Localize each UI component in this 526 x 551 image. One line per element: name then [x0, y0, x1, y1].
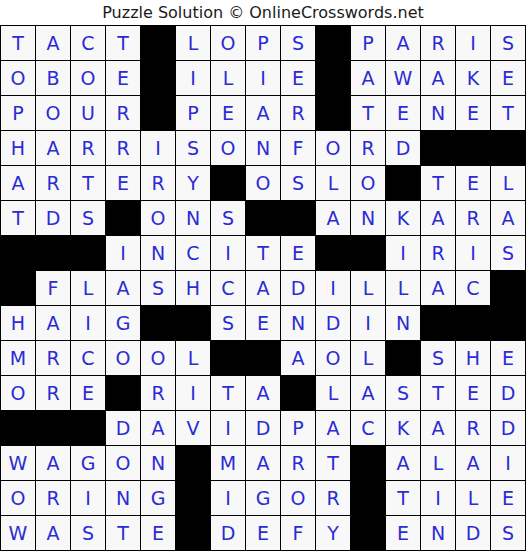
letter-cell: O: [211, 131, 245, 165]
letter-cell: T: [106, 26, 140, 60]
letter-cell: Y: [316, 516, 350, 550]
letter-cell: D: [491, 411, 525, 445]
letter-cell: S: [281, 26, 315, 60]
letter-cell: O: [316, 341, 350, 375]
letter-cell: N: [106, 481, 140, 515]
page-title: Puzzle Solution © OnlineCrosswords.net: [0, 0, 526, 25]
letter-cell: Y: [176, 166, 210, 200]
letter-cell: A: [351, 61, 385, 95]
letter-cell: S: [141, 271, 175, 305]
block-cell: [141, 306, 175, 340]
block-cell: [316, 61, 350, 95]
letter-cell: O: [1, 376, 35, 410]
letter-cell: D: [106, 411, 140, 445]
block-cell: [106, 376, 140, 410]
letter-cell: O: [211, 26, 245, 60]
letter-cell: L: [456, 481, 490, 515]
block-cell: [491, 306, 525, 340]
letter-cell: D: [456, 516, 490, 550]
letter-cell: R: [421, 236, 455, 270]
letter-cell: O: [106, 446, 140, 480]
block-cell: [71, 411, 105, 445]
letter-cell: E: [246, 306, 280, 340]
letter-cell: C: [71, 26, 105, 60]
letter-cell: R: [456, 201, 490, 235]
letter-cell: I: [491, 446, 525, 480]
letter-cell: R: [106, 131, 140, 165]
letter-cell: A: [246, 271, 280, 305]
letter-cell: R: [281, 446, 315, 480]
letter-cell: S: [71, 201, 105, 235]
letter-cell: N: [281, 306, 315, 340]
letter-cell: T: [421, 166, 455, 200]
letter-cell: R: [71, 131, 105, 165]
block-cell: [386, 341, 420, 375]
letter-cell: A: [456, 446, 490, 480]
letter-cell: F: [281, 131, 315, 165]
block-cell: [1, 411, 35, 445]
letter-cell: L: [316, 166, 350, 200]
letter-cell: E: [491, 61, 525, 95]
letter-cell: O: [1, 61, 35, 95]
block-cell: [351, 516, 385, 550]
letter-cell: T: [211, 376, 245, 410]
letter-cell: I: [246, 61, 280, 95]
letter-cell: P: [246, 26, 280, 60]
letter-cell: T: [106, 516, 140, 550]
letter-cell: E: [456, 96, 490, 130]
letter-cell: R: [421, 26, 455, 60]
block-cell: [141, 96, 175, 130]
letter-cell: R: [351, 131, 385, 165]
letter-cell: D: [36, 201, 70, 235]
letter-cell: N: [246, 131, 280, 165]
letter-cell: T: [491, 96, 525, 130]
block-cell: [211, 166, 245, 200]
letter-cell: A: [1, 166, 35, 200]
letter-cell: A: [141, 411, 175, 445]
letter-cell: C: [211, 271, 245, 305]
letter-cell: R: [316, 481, 350, 515]
block-cell: [71, 236, 105, 270]
letter-cell: A: [246, 446, 280, 480]
letter-cell: I: [211, 236, 245, 270]
letter-cell: O: [141, 341, 175, 375]
letter-cell: G: [141, 481, 175, 515]
puzzle-solution-page: { "header": { "title": "Puzzle Solution …: [0, 0, 526, 551]
letter-cell: W: [1, 446, 35, 480]
letter-cell: O: [316, 131, 350, 165]
letter-cell: L: [421, 446, 455, 480]
block-cell: [351, 236, 385, 270]
letter-cell: R: [106, 96, 140, 130]
block-cell: [246, 201, 280, 235]
letter-cell: U: [71, 96, 105, 130]
block-cell: [281, 201, 315, 235]
letter-cell: N: [421, 516, 455, 550]
letter-cell: S: [491, 516, 525, 550]
block-cell: [1, 236, 35, 270]
letter-cell: N: [351, 201, 385, 235]
letter-cell: D: [386, 131, 420, 165]
letter-cell: D: [246, 411, 280, 445]
letter-cell: A: [36, 446, 70, 480]
letter-cell: K: [386, 411, 420, 445]
letter-cell: S: [176, 131, 210, 165]
letter-cell: N: [141, 236, 175, 270]
letter-cell: S: [421, 341, 455, 375]
letter-cell: A: [316, 411, 350, 445]
letter-cell: A: [386, 26, 420, 60]
block-cell: [176, 481, 210, 515]
letter-cell: R: [141, 376, 175, 410]
letter-cell: D: [316, 306, 350, 340]
letter-cell: L: [386, 271, 420, 305]
letter-cell: P: [281, 411, 315, 445]
letter-cell: A: [421, 271, 455, 305]
letter-cell: A: [106, 271, 140, 305]
letter-cell: C: [456, 271, 490, 305]
letter-cell: C: [351, 411, 385, 445]
letter-cell: E: [106, 166, 140, 200]
block-cell: [491, 271, 525, 305]
block-cell: [456, 306, 490, 340]
letter-cell: D: [491, 376, 525, 410]
letter-cell: H: [1, 306, 35, 340]
block-cell: [1, 271, 35, 305]
letter-cell: R: [36, 376, 70, 410]
letter-cell: I: [386, 236, 420, 270]
letter-cell: N: [386, 306, 420, 340]
letter-cell: R: [281, 96, 315, 130]
block-cell: [421, 306, 455, 340]
letter-cell: L: [491, 166, 525, 200]
letter-cell: E: [491, 341, 525, 375]
letter-cell: K: [386, 201, 420, 235]
letter-cell: I: [176, 61, 210, 95]
crossword-grid: TACTLOPSPARISOBOEILIEAWAKEPOURPEARTENETH…: [0, 25, 526, 551]
block-cell: [316, 236, 350, 270]
letter-cell: N: [176, 201, 210, 235]
letter-cell: L: [71, 271, 105, 305]
letter-cell: N: [141, 446, 175, 480]
letter-cell: K: [456, 61, 490, 95]
letter-cell: O: [351, 166, 385, 200]
letter-cell: I: [176, 376, 210, 410]
letter-cell: A: [36, 306, 70, 340]
letter-cell: S: [491, 236, 525, 270]
letter-cell: A: [281, 341, 315, 375]
block-cell: [281, 376, 315, 410]
letter-cell: S: [71, 516, 105, 550]
letter-cell: E: [456, 166, 490, 200]
letter-cell: E: [211, 96, 245, 130]
letter-cell: E: [71, 376, 105, 410]
letter-cell: C: [71, 341, 105, 375]
letter-cell: E: [491, 481, 525, 515]
block-cell: [36, 236, 70, 270]
letter-cell: I: [316, 271, 350, 305]
letter-cell: C: [176, 236, 210, 270]
letter-cell: T: [316, 446, 350, 480]
letter-cell: S: [281, 166, 315, 200]
letter-cell: P: [176, 96, 210, 130]
letter-cell: L: [316, 376, 350, 410]
letter-cell: O: [71, 61, 105, 95]
letter-cell: R: [36, 166, 70, 200]
letter-cell: T: [246, 236, 280, 270]
letter-cell: A: [36, 131, 70, 165]
letter-cell: T: [421, 376, 455, 410]
block-cell: [176, 446, 210, 480]
letter-cell: N: [421, 96, 455, 130]
letter-cell: T: [386, 481, 420, 515]
block-cell: [246, 341, 280, 375]
letter-cell: O: [141, 201, 175, 235]
letter-cell: I: [456, 236, 490, 270]
block-cell: [106, 201, 140, 235]
letter-cell: S: [386, 376, 420, 410]
letter-cell: H: [176, 271, 210, 305]
block-cell: [421, 131, 455, 165]
letter-cell: E: [106, 61, 140, 95]
letter-cell: I: [456, 26, 490, 60]
letter-cell: G: [246, 481, 280, 515]
letter-cell: O: [1, 481, 35, 515]
block-cell: [456, 131, 490, 165]
letter-cell: H: [1, 131, 35, 165]
letter-cell: F: [36, 271, 70, 305]
letter-cell: T: [71, 166, 105, 200]
block-cell: [176, 516, 210, 550]
block-cell: [316, 96, 350, 130]
letter-cell: S: [491, 26, 525, 60]
letter-cell: E: [386, 96, 420, 130]
block-cell: [211, 341, 245, 375]
letter-cell: H: [456, 341, 490, 375]
letter-cell: A: [246, 96, 280, 130]
letter-cell: E: [281, 236, 315, 270]
letter-cell: R: [141, 166, 175, 200]
block-cell: [141, 26, 175, 60]
letter-cell: G: [71, 446, 105, 480]
letter-cell: M: [1, 341, 35, 375]
letter-cell: T: [1, 26, 35, 60]
letter-cell: A: [421, 411, 455, 445]
letter-cell: A: [246, 376, 280, 410]
letter-cell: T: [351, 96, 385, 130]
block-cell: [141, 61, 175, 95]
letter-cell: R: [36, 341, 70, 375]
letter-cell: A: [36, 26, 70, 60]
letter-cell: L: [176, 341, 210, 375]
letter-cell: P: [1, 96, 35, 130]
letter-cell: V: [176, 411, 210, 445]
letter-cell: W: [1, 516, 35, 550]
letter-cell: S: [211, 201, 245, 235]
letter-cell: I: [106, 236, 140, 270]
block-cell: [386, 166, 420, 200]
letter-cell: O: [281, 481, 315, 515]
letter-cell: R: [36, 481, 70, 515]
letter-cell: I: [141, 131, 175, 165]
letter-cell: L: [211, 61, 245, 95]
letter-cell: A: [36, 516, 70, 550]
letter-cell: I: [421, 481, 455, 515]
letter-cell: O: [36, 96, 70, 130]
letter-cell: A: [421, 201, 455, 235]
letter-cell: E: [246, 516, 280, 550]
letter-cell: M: [211, 446, 245, 480]
letter-cell: R: [456, 411, 490, 445]
letter-cell: O: [106, 341, 140, 375]
letter-cell: A: [491, 201, 525, 235]
block-cell: [351, 481, 385, 515]
letter-cell: A: [316, 201, 350, 235]
letter-cell: I: [71, 306, 105, 340]
block-cell: [316, 26, 350, 60]
letter-cell: A: [386, 446, 420, 480]
letter-cell: F: [281, 516, 315, 550]
letter-cell: O: [246, 166, 280, 200]
letter-cell: A: [421, 61, 455, 95]
letter-cell: D: [211, 516, 245, 550]
letter-cell: B: [36, 61, 70, 95]
letter-cell: E: [456, 376, 490, 410]
letter-cell: L: [176, 26, 210, 60]
letter-cell: L: [351, 271, 385, 305]
letter-cell: E: [386, 516, 420, 550]
letter-cell: I: [71, 481, 105, 515]
block-cell: [351, 446, 385, 480]
letter-cell: L: [351, 341, 385, 375]
letter-cell: E: [141, 516, 175, 550]
block-cell: [176, 306, 210, 340]
letter-cell: I: [211, 481, 245, 515]
letter-cell: T: [1, 201, 35, 235]
letter-cell: E: [281, 61, 315, 95]
letter-cell: I: [211, 411, 245, 445]
letter-cell: D: [281, 271, 315, 305]
letter-cell: W: [386, 61, 420, 95]
letter-cell: I: [351, 306, 385, 340]
block-cell: [36, 411, 70, 445]
letter-cell: G: [106, 306, 140, 340]
letter-cell: A: [351, 376, 385, 410]
letter-cell: S: [211, 306, 245, 340]
letter-cell: P: [351, 26, 385, 60]
block-cell: [491, 131, 525, 165]
